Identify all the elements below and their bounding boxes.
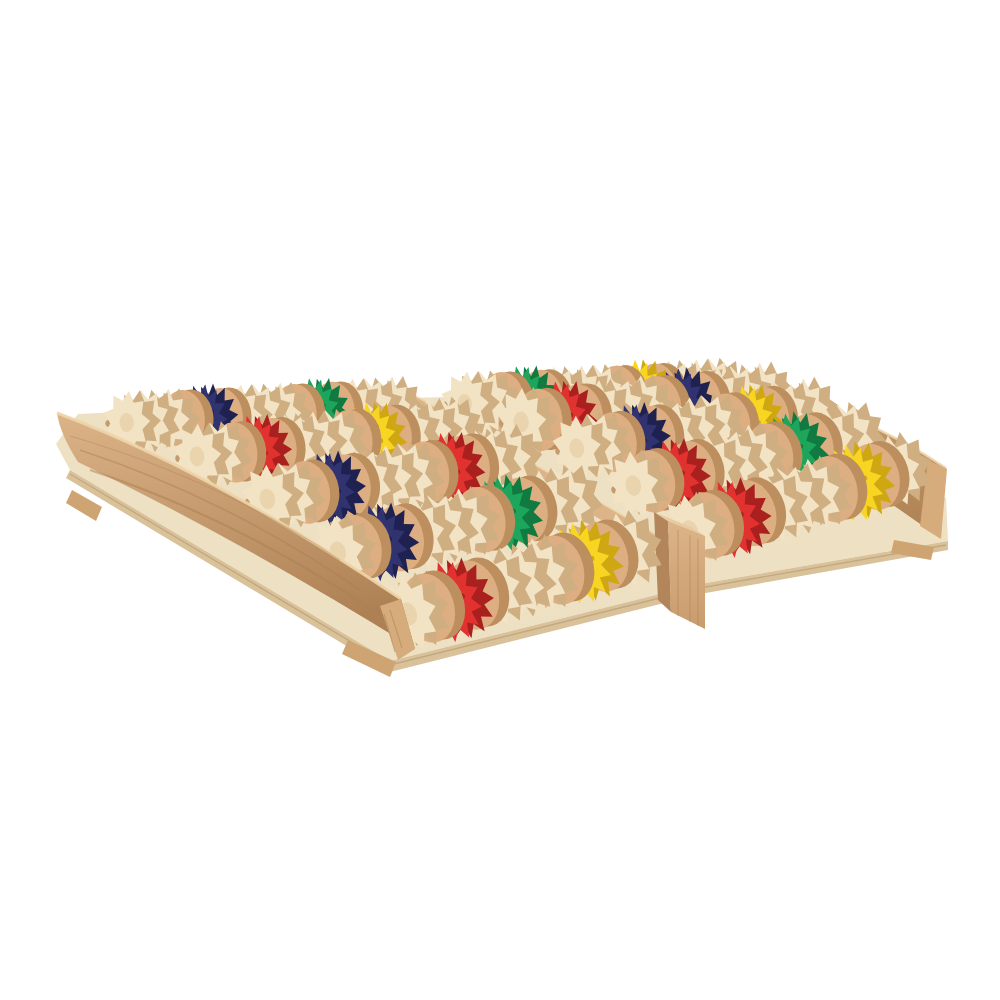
foot-massage-roller-image (0, 0, 1000, 1000)
divider-end-block (668, 521, 705, 629)
product-photo (0, 0, 1000, 1000)
